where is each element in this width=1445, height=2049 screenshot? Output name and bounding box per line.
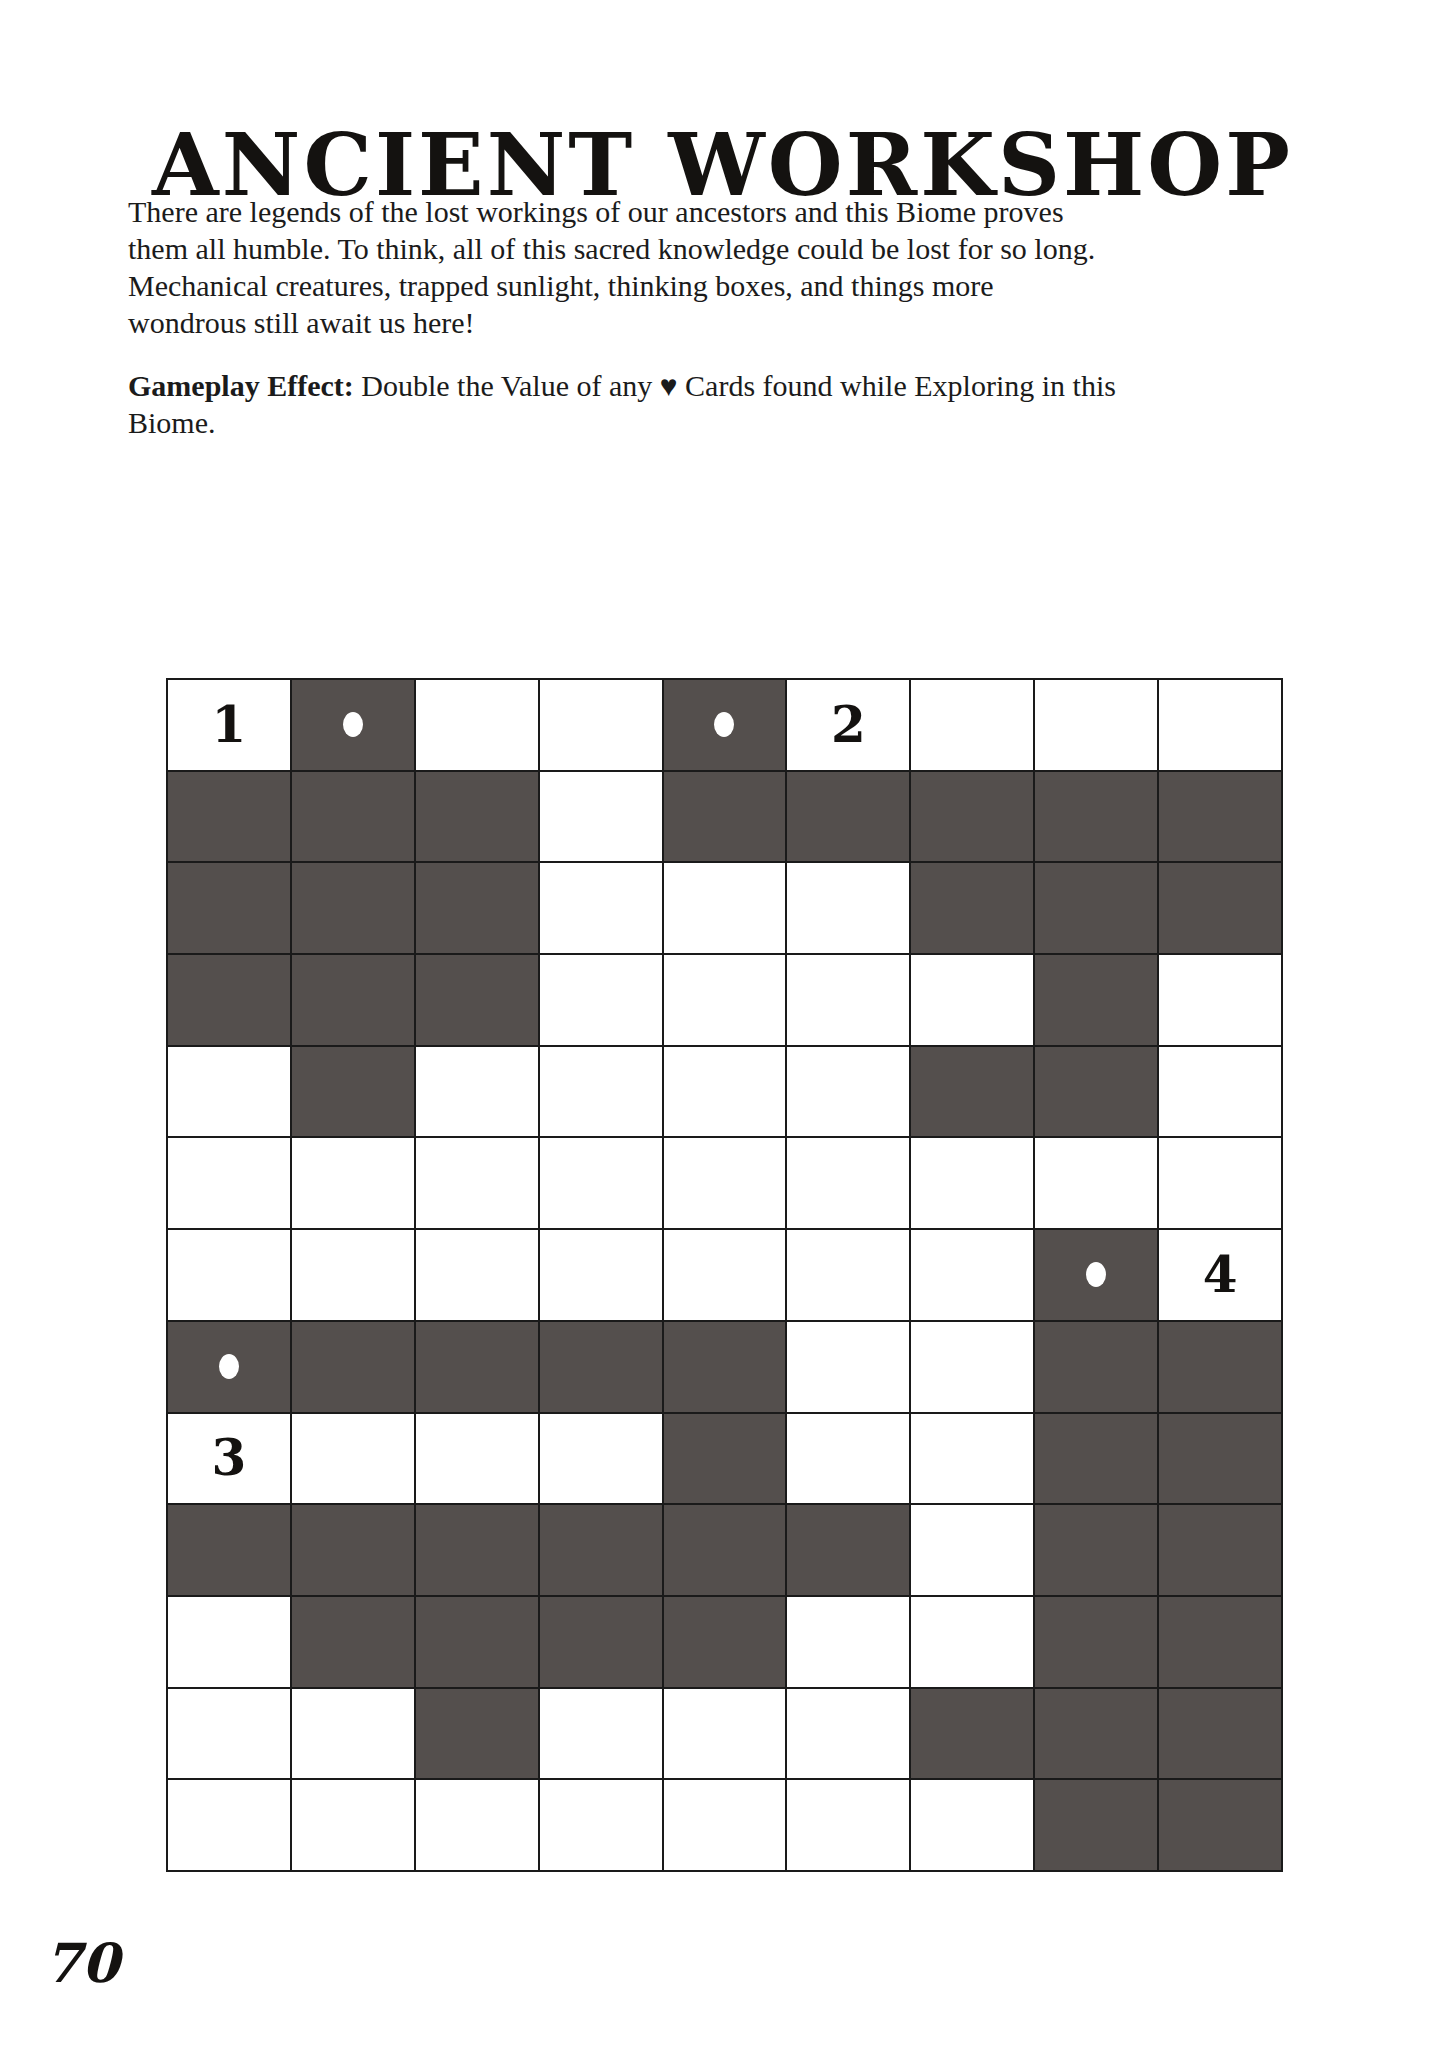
cell-number-1: 1 <box>212 700 247 750</box>
grid-cell-r10c2 <box>291 1504 415 1596</box>
grid-cell-r5c1 <box>167 1046 291 1138</box>
grid-cell-r5c9 <box>1158 1046 1282 1138</box>
grid-cell-r13c9 <box>1158 1779 1282 1871</box>
grid-cell-r8c3 <box>415 1321 539 1413</box>
grid-cell-r7c8 <box>1034 1229 1158 1321</box>
grid-cell-r10c3 <box>415 1504 539 1596</box>
grid-cell-r9c8 <box>1034 1413 1158 1505</box>
grid-cell-r8c9 <box>1158 1321 1282 1413</box>
intro-line-1: There are legends of the lost workings o… <box>128 193 1303 230</box>
grid-cell-r11c1 <box>167 1596 291 1688</box>
grid-cell-r9c5 <box>663 1413 787 1505</box>
grid-cell-r3c1 <box>167 862 291 954</box>
grid-cell-r1c4 <box>539 679 663 771</box>
intro-line-3: Mechanical creatures, trapped sunlight, … <box>128 267 1303 304</box>
gameplay-effect-text: Double the Value of any ♥ Cards found wh… <box>354 369 1116 402</box>
grid-cell-r5c3 <box>415 1046 539 1138</box>
grid-cell-r6c8 <box>1034 1137 1158 1229</box>
grid-cell-r7c4 <box>539 1229 663 1321</box>
grid-cell-r6c1 <box>167 1137 291 1229</box>
grid-cell-r5c8 <box>1034 1046 1158 1138</box>
grid-cell-r11c8 <box>1034 1596 1158 1688</box>
grid-cell-r13c4 <box>539 1779 663 1871</box>
grid-cell-r2c6 <box>786 771 910 863</box>
grid-cell-r9c6 <box>786 1413 910 1505</box>
grid-cell-r13c5 <box>663 1779 787 1871</box>
gameplay-effect-label: Gameplay Effect: <box>128 369 354 402</box>
grid-cell-r7c7 <box>910 1229 1034 1321</box>
grid-cell-r6c9 <box>1158 1137 1282 1229</box>
grid-cell-r4c2 <box>291 954 415 1046</box>
grid-cell-r3c8 <box>1034 862 1158 954</box>
grid-cell-r11c2 <box>291 1596 415 1688</box>
grid-cell-r12c5 <box>663 1688 787 1780</box>
cell-number-3: 3 <box>212 1433 247 1483</box>
grid-cell-r13c2 <box>291 1779 415 1871</box>
grid-cell-r3c4 <box>539 862 663 954</box>
grid-cell-r1c8 <box>1034 679 1158 771</box>
grid-cell-r7c2 <box>291 1229 415 1321</box>
grid-cell-r8c4 <box>539 1321 663 1413</box>
grid-cell-r2c1 <box>167 771 291 863</box>
intro-text: There are legends of the lost workings o… <box>128 193 1303 341</box>
grid-cell-r2c5 <box>663 771 787 863</box>
dot-marker-icon <box>219 1354 239 1379</box>
page-number: 70 <box>44 1936 119 1990</box>
grid-cell-r2c9 <box>1158 771 1282 863</box>
grid-cell-r12c7 <box>910 1688 1034 1780</box>
grid-cell-r7c3 <box>415 1229 539 1321</box>
grid-cell-r10c9 <box>1158 1504 1282 1596</box>
grid-cell-r5c5 <box>663 1046 787 1138</box>
grid-cell-r13c6 <box>786 1779 910 1871</box>
grid-cell-r3c5 <box>663 862 787 954</box>
grid-cell-r3c3 <box>415 862 539 954</box>
grid-cell-r1c3 <box>415 679 539 771</box>
grid-cell-r6c7 <box>910 1137 1034 1229</box>
grid-cell-r6c3 <box>415 1137 539 1229</box>
grid-cell-r11c7 <box>910 1596 1034 1688</box>
grid-cell-r1c1: 1 <box>167 679 291 771</box>
grid-cell-r11c5 <box>663 1596 787 1688</box>
cell-number-2: 2 <box>831 700 866 750</box>
grid-cell-r9c7 <box>910 1413 1034 1505</box>
grid-cell-r1c7 <box>910 679 1034 771</box>
grid-cell-r10c4 <box>539 1504 663 1596</box>
grid-cell-r4c4 <box>539 954 663 1046</box>
grid-cell-r2c3 <box>415 771 539 863</box>
grid-cell-r9c1: 3 <box>167 1413 291 1505</box>
grid-cell-r3c7 <box>910 862 1034 954</box>
grid-cell-r8c2 <box>291 1321 415 1413</box>
dot-marker-icon <box>343 712 363 737</box>
grid-cell-r4c3 <box>415 954 539 1046</box>
intro-line-2: them all humble. To think, all of this s… <box>128 230 1303 267</box>
grid-cell-r7c1 <box>167 1229 291 1321</box>
grid-cell-r4c6 <box>786 954 910 1046</box>
grid-cell-r4c8 <box>1034 954 1158 1046</box>
grid-cell-r12c4 <box>539 1688 663 1780</box>
grid-cell-r4c5 <box>663 954 787 1046</box>
grid-cell-r12c8 <box>1034 1688 1158 1780</box>
grid-cell-r12c3 <box>415 1688 539 1780</box>
grid-cell-r11c9 <box>1158 1596 1282 1688</box>
grid-cell-r4c7 <box>910 954 1034 1046</box>
grid-cell-r10c7 <box>910 1504 1034 1596</box>
grid-cell-r6c2 <box>291 1137 415 1229</box>
grid-cell-r3c6 <box>786 862 910 954</box>
intro-line-4: wondrous still await us here! <box>128 304 1303 341</box>
grid-cell-r13c8 <box>1034 1779 1158 1871</box>
grid-cell-r12c2 <box>291 1688 415 1780</box>
dot-marker-icon <box>714 712 734 737</box>
biome-map-grid: 1243 <box>166 678 1283 1872</box>
grid-cell-r5c2 <box>291 1046 415 1138</box>
grid-cell-r3c2 <box>291 862 415 954</box>
grid-cell-r6c6 <box>786 1137 910 1229</box>
grid-cell-r12c1 <box>167 1688 291 1780</box>
grid-cell-r6c4 <box>539 1137 663 1229</box>
grid-cell-r11c4 <box>539 1596 663 1688</box>
grid-cell-r8c5 <box>663 1321 787 1413</box>
grid-cell-r9c2 <box>291 1413 415 1505</box>
grid-cell-r10c8 <box>1034 1504 1158 1596</box>
dot-marker-icon <box>1086 1262 1106 1287</box>
grid-cell-r13c3 <box>415 1779 539 1871</box>
grid-cell-r2c8 <box>1034 771 1158 863</box>
cell-number-4: 4 <box>1203 1250 1238 1300</box>
grid-cell-r9c4 <box>539 1413 663 1505</box>
grid-cell-r10c1 <box>167 1504 291 1596</box>
grid-cell-r8c8 <box>1034 1321 1158 1413</box>
gameplay-line-2: Biome. <box>128 404 1303 441</box>
grid-cell-r7c6 <box>786 1229 910 1321</box>
grid-cell-r4c9 <box>1158 954 1282 1046</box>
grid-cell-r11c3 <box>415 1596 539 1688</box>
grid-cell-r8c7 <box>910 1321 1034 1413</box>
grid-cell-r4c1 <box>167 954 291 1046</box>
grid-cell-r7c9: 4 <box>1158 1229 1282 1321</box>
grid-cell-r11c6 <box>786 1596 910 1688</box>
grid-cell-r6c5 <box>663 1137 787 1229</box>
grid-cell-r7c5 <box>663 1229 787 1321</box>
grid-cell-r1c6: 2 <box>786 679 910 771</box>
grid-cell-r3c9 <box>1158 862 1282 954</box>
grid-cell-r13c1 <box>167 1779 291 1871</box>
grid-cell-r10c6 <box>786 1504 910 1596</box>
grid-cell-r1c2 <box>291 679 415 771</box>
grid-cell-r1c5 <box>663 679 787 771</box>
grid-cell-r2c2 <box>291 771 415 863</box>
gameplay-line-1: Gameplay Effect: Double the Value of any… <box>128 367 1303 404</box>
grid-cell-r1c9 <box>1158 679 1282 771</box>
grid-cell-r12c6 <box>786 1688 910 1780</box>
grid-cell-r5c7 <box>910 1046 1034 1138</box>
grid-cell-r9c9 <box>1158 1413 1282 1505</box>
grid-cell-r8c6 <box>786 1321 910 1413</box>
grid-cell-r5c4 <box>539 1046 663 1138</box>
grid-cell-r5c6 <box>786 1046 910 1138</box>
grid-cell-r13c7 <box>910 1779 1034 1871</box>
grid-cell-r9c3 <box>415 1413 539 1505</box>
grid-cell-r2c7 <box>910 771 1034 863</box>
grid-cell-r10c5 <box>663 1504 787 1596</box>
grid-cell-r8c1 <box>167 1321 291 1413</box>
gameplay-effect: Gameplay Effect: Double the Value of any… <box>128 367 1303 441</box>
grid-cell-r2c4 <box>539 771 663 863</box>
grid-cell-r12c9 <box>1158 1688 1282 1780</box>
